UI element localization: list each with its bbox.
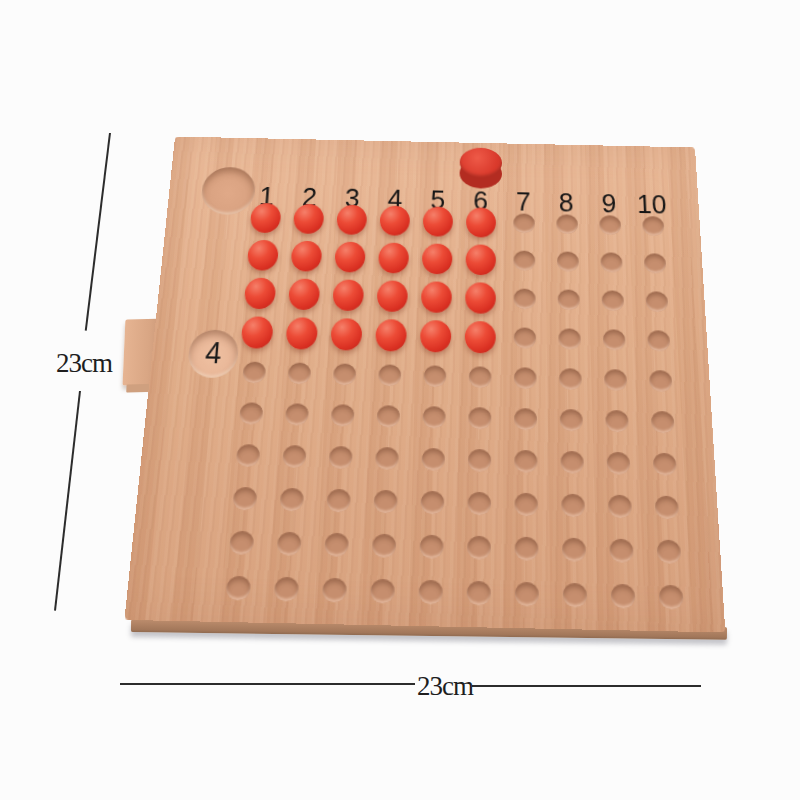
- red-bead[interactable]: [336, 204, 367, 234]
- red-bead[interactable]: [249, 202, 281, 232]
- red-bead[interactable]: [287, 278, 319, 310]
- bead-hole: [556, 214, 578, 234]
- bead-hole: [513, 288, 535, 309]
- bead-hole: [273, 576, 298, 601]
- red-bead[interactable]: [330, 318, 362, 351]
- red-bead[interactable]: [378, 242, 409, 273]
- red-bead[interactable]: [419, 319, 450, 352]
- dimension-line-left-upper: [85, 133, 111, 331]
- bead-hole: [376, 405, 400, 427]
- red-bead[interactable]: [465, 207, 495, 237]
- bead-hole: [282, 444, 306, 467]
- bead-hole: [605, 409, 629, 431]
- bead-hole: [601, 290, 624, 311]
- red-bead[interactable]: [243, 277, 276, 309]
- bead-hole: [276, 531, 301, 555]
- bead-hole: [423, 365, 446, 387]
- red-bead[interactable]: [376, 280, 407, 312]
- bead-hole: [332, 363, 356, 385]
- bead-hole: [324, 532, 349, 556]
- red-bead[interactable]: [465, 282, 496, 314]
- bead-hole: [560, 450, 584, 473]
- bead-hole: [609, 538, 634, 562]
- red-bead[interactable]: [292, 203, 324, 233]
- bead-hole: [514, 449, 537, 472]
- marker-disc-top: [460, 147, 502, 177]
- bead-hole: [558, 368, 581, 390]
- bead-hole: [513, 327, 535, 348]
- bead-hole: [561, 493, 585, 517]
- product-photo-scene: 4 12345678910 23cm 23cm: [0, 0, 800, 800]
- marker-disc[interactable]: [459, 147, 502, 188]
- column-label-9: 9: [601, 190, 617, 217]
- column-labels-row: 12345678910: [175, 137, 695, 148]
- bead-hole: [562, 582, 587, 607]
- bead-hole: [514, 581, 538, 606]
- bead-hole: [468, 407, 491, 429]
- bead-hole: [643, 253, 666, 273]
- bead-hole: [648, 369, 672, 391]
- bead-hole: [279, 487, 304, 511]
- bead-hole: [328, 445, 352, 468]
- bead-hole: [556, 251, 578, 271]
- bead-hole: [647, 330, 670, 351]
- bead-hole: [467, 491, 491, 515]
- red-bead[interactable]: [290, 240, 322, 271]
- multiplier-card-value: 4: [204, 336, 223, 371]
- bead-hole: [235, 443, 260, 466]
- bead-hole: [228, 530, 253, 554]
- bead-hole: [330, 404, 354, 426]
- bead-hole: [467, 448, 490, 471]
- empty-recess: [200, 167, 257, 215]
- bead-hole: [321, 577, 346, 602]
- bead-hole: [466, 580, 490, 605]
- bead-hole: [607, 494, 631, 518]
- red-bead[interactable]: [246, 239, 278, 270]
- bead-hole: [610, 583, 635, 608]
- bead-hole: [513, 250, 535, 270]
- dimension-label-bottom: 23cm: [407, 673, 483, 700]
- bead-hole: [420, 490, 444, 514]
- red-bead[interactable]: [334, 241, 365, 272]
- bead-hole: [284, 403, 308, 425]
- bead-hole: [326, 488, 351, 512]
- bead-hole: [514, 536, 538, 560]
- red-bead[interactable]: [375, 318, 407, 351]
- red-bead[interactable]: [379, 205, 410, 235]
- bead-hole: [467, 535, 491, 559]
- bead-hole: [242, 361, 266, 383]
- red-bead[interactable]: [240, 316, 273, 348]
- red-bead[interactable]: [421, 243, 452, 274]
- bead-hole: [419, 534, 443, 558]
- column-label-8: 8: [559, 189, 574, 216]
- bead-hole: [514, 407, 537, 429]
- bead-hole: [378, 364, 401, 386]
- bead-hole: [642, 216, 664, 236]
- bead-hole: [561, 537, 585, 561]
- bead-hole: [225, 575, 251, 600]
- bead-hole: [559, 408, 582, 430]
- bead-hole: [603, 369, 626, 391]
- bead-hole: [370, 578, 395, 603]
- bead-hole: [375, 446, 399, 469]
- bead-hole: [232, 486, 257, 510]
- red-bead[interactable]: [465, 244, 495, 275]
- bead-hole: [513, 213, 535, 233]
- bead-hole: [373, 489, 397, 513]
- column-label-10: 10: [636, 191, 667, 218]
- red-bead[interactable]: [422, 206, 452, 236]
- bead-grid: [175, 137, 695, 148]
- dimension-label-left: 23cm: [55, 350, 113, 377]
- red-bead[interactable]: [285, 317, 318, 350]
- multiplier-card-window[interactable]: 4: [187, 329, 240, 378]
- bead-hole: [557, 289, 579, 310]
- multiplication-bead-board: 4 12345678910: [124, 137, 725, 633]
- bead-hole: [600, 252, 622, 272]
- bead-hole: [652, 452, 676, 475]
- bead-hole: [514, 492, 538, 516]
- bead-hole: [606, 451, 630, 474]
- bead-hole: [650, 410, 674, 432]
- column-label-7: 7: [516, 188, 531, 215]
- bead-hole: [558, 328, 581, 349]
- bead-hole: [645, 291, 668, 312]
- bead-hole: [658, 584, 683, 609]
- red-bead[interactable]: [420, 281, 451, 313]
- dimension-line-bottom-left: [120, 683, 415, 685]
- dimension-line-bottom-right: [472, 685, 701, 687]
- bead-hole: [371, 533, 396, 557]
- bead-hole: [239, 402, 263, 424]
- bead-hole: [513, 367, 536, 389]
- red-bead[interactable]: [464, 320, 495, 353]
- bead-hole: [602, 329, 625, 350]
- bead-hole: [656, 539, 681, 563]
- bead-hole: [418, 579, 443, 604]
- bead-hole: [599, 215, 621, 235]
- bead-hole: [421, 447, 445, 470]
- bead-hole: [422, 406, 445, 428]
- red-bead[interactable]: [332, 279, 364, 311]
- dimension-line-left-lower: [54, 391, 81, 611]
- bead-hole: [468, 366, 491, 388]
- bead-hole: [654, 495, 679, 519]
- bead-hole: [287, 362, 311, 384]
